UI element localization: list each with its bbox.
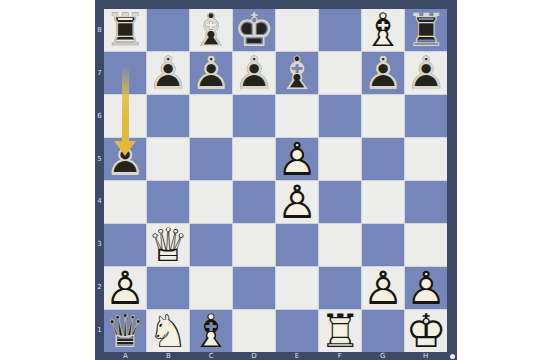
square-c8[interactable]: ♝♗	[190, 9, 232, 51]
square-a3[interactable]	[104, 224, 146, 266]
square-h3[interactable]	[405, 224, 447, 266]
square-b1[interactable]: ♞♘	[147, 310, 189, 352]
square-d1[interactable]	[233, 310, 275, 352]
piece-white-knight[interactable]: ♞♘	[147, 310, 189, 352]
square-e3[interactable]	[276, 224, 318, 266]
square-h7[interactable]: ♟♙	[405, 52, 447, 94]
piece-white-queen[interactable]: ♛♕	[147, 224, 189, 266]
rank-label-7: 7	[95, 52, 104, 95]
square-g6[interactable]	[362, 95, 404, 137]
square-a8[interactable]: ♜♖	[104, 9, 146, 51]
move-arrow-head	[114, 141, 136, 156]
file-label-f: F	[318, 352, 361, 360]
square-f7[interactable]	[319, 52, 361, 94]
piece-white-pawn[interactable]: ♟♙	[276, 138, 318, 180]
piece-white-rook[interactable]: ♜♖	[319, 310, 361, 352]
square-h6[interactable]	[405, 95, 447, 137]
rank-label-4: 4	[95, 181, 104, 224]
piece-black-pawn[interactable]: ♟♙	[405, 52, 447, 94]
square-b6[interactable]	[147, 95, 189, 137]
square-f2[interactable]	[319, 267, 361, 309]
piece-white-pawn[interactable]: ♟♙	[276, 181, 318, 223]
square-f1[interactable]: ♜♖	[319, 310, 361, 352]
square-b3[interactable]: ♛♕	[147, 224, 189, 266]
square-e2[interactable]	[276, 267, 318, 309]
square-c5[interactable]	[190, 138, 232, 180]
rank-labels: 87654321	[95, 9, 104, 352]
piece-white-pawn[interactable]: ♟♙	[405, 267, 447, 309]
square-h4[interactable]	[405, 181, 447, 223]
square-d4[interactable]	[233, 181, 275, 223]
square-d7[interactable]: ♟♙	[233, 52, 275, 94]
square-g7[interactable]: ♟♙	[362, 52, 404, 94]
square-h1[interactable]: ♚♔	[405, 310, 447, 352]
file-label-a: A	[104, 352, 147, 360]
square-a4[interactable]	[104, 181, 146, 223]
rank-label-3: 3	[95, 223, 104, 266]
file-labels: ABCDEFGH	[104, 352, 447, 360]
square-g2[interactable]: ♟♙	[362, 267, 404, 309]
square-d3[interactable]	[233, 224, 275, 266]
square-b4[interactable]	[147, 181, 189, 223]
square-f3[interactable]	[319, 224, 361, 266]
square-e6[interactable]	[276, 95, 318, 137]
square-g8[interactable]: ♝♗	[362, 9, 404, 51]
piece-white-bishop[interactable]: ♝♗	[362, 9, 404, 51]
square-d8[interactable]: ♚♔	[233, 9, 275, 51]
square-f5[interactable]	[319, 138, 361, 180]
rank-label-5: 5	[95, 138, 104, 181]
square-h5[interactable]	[405, 138, 447, 180]
piece-white-pawn[interactable]: ♟♙	[104, 267, 146, 309]
square-c7[interactable]: ♟♙	[190, 52, 232, 94]
file-label-g: G	[361, 352, 404, 360]
square-c2[interactable]	[190, 267, 232, 309]
piece-black-king[interactable]: ♚♔	[233, 9, 275, 51]
square-g4[interactable]	[362, 181, 404, 223]
rank-label-8: 8	[95, 9, 104, 52]
file-label-c: C	[190, 352, 233, 360]
rank-label-2: 2	[95, 266, 104, 309]
square-c4[interactable]	[190, 181, 232, 223]
square-c3[interactable]	[190, 224, 232, 266]
square-b8[interactable]	[147, 9, 189, 51]
piece-black-pawn[interactable]: ♟♙	[362, 52, 404, 94]
piece-black-rook[interactable]: ♜♖	[405, 9, 447, 51]
square-c1[interactable]: ♝♗	[190, 310, 232, 352]
chess-board[interactable]: 87654321 ABCDEFGH ♜♖♝♗♚♔♝♗♜♖♟♙♟♙♟♙♝♗♟♙♟♙…	[95, 0, 457, 360]
square-e8[interactable]	[276, 9, 318, 51]
square-b7[interactable]: ♟♙	[147, 52, 189, 94]
square-e1[interactable]	[276, 310, 318, 352]
square-d6[interactable]	[233, 95, 275, 137]
square-a1[interactable]: ♛♕	[104, 310, 146, 352]
move-arrow-shaft	[122, 65, 129, 143]
piece-black-pawn[interactable]: ♟♙	[233, 52, 275, 94]
piece-black-bishop[interactable]: ♝♗	[190, 9, 232, 51]
square-d2[interactable]	[233, 267, 275, 309]
square-g3[interactable]	[362, 224, 404, 266]
square-g1[interactable]	[362, 310, 404, 352]
piece-white-bishop[interactable]: ♝♗	[190, 310, 232, 352]
square-a2[interactable]: ♟♙	[104, 267, 146, 309]
file-label-b: B	[147, 352, 190, 360]
piece-black-bishop[interactable]: ♝♗	[276, 52, 318, 94]
square-b2[interactable]	[147, 267, 189, 309]
piece-white-pawn[interactable]: ♟♙	[362, 267, 404, 309]
square-f6[interactable]	[319, 95, 361, 137]
file-label-d: D	[233, 352, 276, 360]
piece-black-pawn[interactable]: ♟♙	[147, 52, 189, 94]
square-f8[interactable]	[319, 9, 361, 51]
square-e5[interactable]: ♟♙	[276, 138, 318, 180]
square-f4[interactable]	[319, 181, 361, 223]
file-label-e: E	[276, 352, 319, 360]
square-d5[interactable]	[233, 138, 275, 180]
rank-label-6: 6	[95, 95, 104, 138]
square-e4[interactable]: ♟♙	[276, 181, 318, 223]
square-b5[interactable]	[147, 138, 189, 180]
piece-black-queen[interactable]: ♛♕	[104, 310, 146, 352]
piece-black-rook[interactable]: ♜♖	[104, 9, 146, 51]
piece-black-pawn[interactable]: ♟♙	[190, 52, 232, 94]
squares[interactable]: ♜♖♝♗♚♔♝♗♜♖♟♙♟♙♟♙♝♗♟♙♟♙♟♙♟♙♟♙♛♕♟♙♟♙♟♙♛♕♞♘…	[104, 9, 447, 352]
file-label-h: H	[404, 352, 447, 360]
piece-white-king[interactable]: ♚♔	[405, 310, 447, 352]
square-c6[interactable]	[190, 95, 232, 137]
square-h8[interactable]: ♜♖	[405, 9, 447, 51]
square-h2[interactable]: ♟♙	[405, 267, 447, 309]
square-g5[interactable]	[362, 138, 404, 180]
side-to-move-indicator	[450, 354, 455, 359]
square-e7[interactable]: ♝♗	[276, 52, 318, 94]
rank-label-1: 1	[95, 309, 104, 352]
